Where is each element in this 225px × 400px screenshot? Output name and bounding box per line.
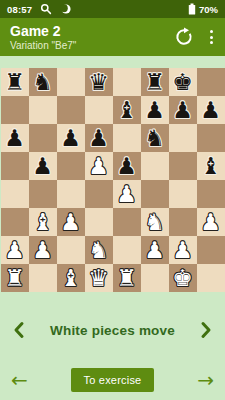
square-h3[interactable]: ♟	[197, 208, 225, 236]
white-pawn: ♟	[116, 180, 137, 208]
clock: 08:57	[7, 4, 32, 15]
square-g4[interactable]	[169, 180, 197, 208]
overflow-menu-icon[interactable]	[208, 28, 215, 46]
square-e1[interactable]: ♜	[113, 264, 141, 292]
square-f5[interactable]	[141, 152, 169, 180]
square-a8[interactable]: ♜	[1, 68, 29, 96]
move-nav-row: White pieces move	[0, 317, 225, 343]
square-a1[interactable]: ♜	[1, 264, 29, 292]
square-e2[interactable]	[113, 236, 141, 264]
square-h7[interactable]: ♟	[197, 96, 225, 124]
battery-icon	[188, 3, 196, 15]
white-queen: ♛	[88, 264, 109, 292]
square-c7[interactable]	[57, 96, 85, 124]
square-c6[interactable]: ♟	[57, 124, 85, 152]
square-g3[interactable]	[169, 208, 197, 236]
square-g2[interactable]: ♟	[169, 236, 197, 264]
square-f4[interactable]	[141, 180, 169, 208]
square-h1[interactable]	[197, 264, 225, 292]
square-e4[interactable]: ♟	[113, 180, 141, 208]
square-h2[interactable]	[197, 236, 225, 264]
status-bar: 08:57 70%	[0, 0, 225, 18]
moon-icon	[60, 3, 72, 15]
square-h4[interactable]	[197, 180, 225, 208]
app-bar: Game 2 Variation "Be7"	[0, 18, 225, 56]
black-pawn: ♟	[116, 152, 137, 180]
white-rook: ♜	[4, 264, 25, 292]
black-bishop: ♝	[200, 152, 221, 180]
square-b6[interactable]	[29, 124, 57, 152]
square-g1[interactable]: ♚	[169, 264, 197, 292]
black-pawn: ♟	[60, 124, 81, 152]
square-b8[interactable]: ♞	[29, 68, 57, 96]
previous-game-arrow[interactable]: ←	[2, 366, 37, 394]
black-bishop: ♝	[116, 96, 137, 124]
board-top-gap	[0, 56, 225, 68]
white-knight: ♞	[88, 236, 109, 264]
square-b5[interactable]: ♟	[29, 152, 57, 180]
white-rook: ♜	[116, 264, 137, 292]
black-pawn: ♟	[172, 96, 193, 124]
square-d3[interactable]	[85, 208, 113, 236]
square-d1[interactable]: ♛	[85, 264, 113, 292]
white-pawn: ♟	[144, 236, 165, 264]
square-e8[interactable]	[113, 68, 141, 96]
black-rook: ♜	[144, 68, 165, 96]
black-pawn: ♟	[4, 124, 25, 152]
black-pawn: ♟	[200, 96, 221, 124]
black-pawn: ♟	[144, 96, 165, 124]
white-bishop: ♝	[60, 264, 81, 292]
black-knight: ♞	[144, 124, 165, 152]
refresh-button[interactable]	[174, 27, 194, 47]
square-d6[interactable]: ♟	[85, 124, 113, 152]
square-a2[interactable]: ♟	[1, 236, 29, 264]
square-f8[interactable]: ♜	[141, 68, 169, 96]
square-g6[interactable]	[169, 124, 197, 152]
square-d8[interactable]: ♛	[85, 68, 113, 96]
black-pawn: ♟	[32, 152, 53, 180]
white-pawn: ♟	[32, 236, 53, 264]
square-a7[interactable]	[1, 96, 29, 124]
square-f6[interactable]: ♞	[141, 124, 169, 152]
square-g5[interactable]	[169, 152, 197, 180]
square-b2[interactable]: ♟	[29, 236, 57, 264]
black-pawn: ♟	[88, 124, 109, 152]
page-title: Game 2	[10, 23, 76, 39]
square-e6[interactable]	[113, 124, 141, 152]
black-queen: ♛	[88, 68, 109, 96]
white-king: ♚	[172, 264, 193, 292]
page-subtitle: Variation "Be7"	[10, 40, 76, 52]
white-pawn: ♟	[200, 208, 221, 236]
square-d5[interactable]: ♟	[85, 152, 113, 180]
to-exercise-button[interactable]: To exercise	[71, 368, 155, 392]
square-c5[interactable]	[57, 152, 85, 180]
black-king: ♚	[172, 68, 193, 96]
chess-board: ♜♞♛♜♚♝♟♟♟♟♟♟♞♟♟♟♝♟♝♟♞♟♟♟♞♟♟♜♝♛♜♚	[1, 68, 225, 292]
battery-percent: 70%	[199, 4, 218, 15]
square-c8[interactable]	[57, 68, 85, 96]
square-f3[interactable]: ♞	[141, 208, 169, 236]
previous-move-chevron[interactable]	[7, 317, 31, 343]
white-pawn: ♟	[4, 236, 25, 264]
white-pawn: ♟	[172, 236, 193, 264]
square-f2[interactable]: ♟	[141, 236, 169, 264]
app-screen: 08:57 70% Game 2 Va	[0, 0, 225, 400]
white-bishop: ♝	[32, 208, 53, 236]
square-c4[interactable]	[57, 180, 85, 208]
square-b4[interactable]	[29, 180, 57, 208]
square-e3[interactable]	[113, 208, 141, 236]
white-pawn: ♟	[88, 152, 109, 180]
square-c1[interactable]: ♝	[57, 264, 85, 292]
square-d2[interactable]: ♞	[85, 236, 113, 264]
square-h5[interactable]: ♝	[197, 152, 225, 180]
square-a5[interactable]	[1, 152, 29, 180]
square-a3[interactable]	[1, 208, 29, 236]
square-b7[interactable]	[29, 96, 57, 124]
square-f7[interactable]: ♟	[141, 96, 169, 124]
search-icon	[40, 3, 52, 15]
square-b3[interactable]: ♝	[29, 208, 57, 236]
square-h8[interactable]	[197, 68, 225, 96]
square-c3[interactable]: ♟	[57, 208, 85, 236]
square-e7[interactable]: ♝	[113, 96, 141, 124]
square-d7[interactable]	[85, 96, 113, 124]
square-e5[interactable]: ♟	[113, 152, 141, 180]
next-move-chevron[interactable]	[194, 317, 218, 343]
bottom-bar: ← To exercise →	[0, 366, 225, 394]
black-knight: ♞	[32, 68, 53, 96]
square-a4[interactable]	[1, 180, 29, 208]
side-to-move-status: White pieces move	[0, 323, 225, 338]
square-f1[interactable]	[141, 264, 169, 292]
white-pawn: ♟	[60, 208, 81, 236]
square-d4[interactable]	[85, 180, 113, 208]
square-h6[interactable]	[197, 124, 225, 152]
square-c2[interactable]	[57, 236, 85, 264]
square-a6[interactable]: ♟	[1, 124, 29, 152]
black-rook: ♜	[4, 68, 25, 96]
next-game-arrow[interactable]: →	[188, 366, 223, 394]
square-g8[interactable]: ♚	[169, 68, 197, 96]
square-b1[interactable]	[29, 264, 57, 292]
square-g7[interactable]: ♟	[169, 96, 197, 124]
white-knight: ♞	[144, 208, 165, 236]
